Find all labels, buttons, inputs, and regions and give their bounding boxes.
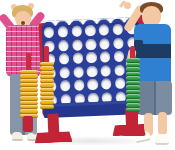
board-cell: [98, 37, 112, 51]
board-hole: [87, 79, 98, 90]
board-hole: [101, 79, 112, 90]
board-cell: [98, 50, 112, 64]
yellow-ring-stack-front: [20, 70, 38, 118]
board-cell: [111, 36, 125, 50]
board-cell: [42, 26, 56, 40]
board-cell: [57, 52, 71, 66]
board-cell: [85, 64, 99, 78]
board-cell: [83, 24, 97, 38]
board-cell: [112, 50, 126, 64]
board-cell: [84, 51, 98, 65]
green-ring: [126, 58, 140, 63]
left-front-post-tip: [26, 53, 31, 71]
board-cell: [71, 65, 85, 79]
board-cell: [84, 37, 98, 51]
board-hole: [72, 53, 83, 64]
board-cell: [99, 77, 113, 91]
board-hole: [115, 78, 126, 89]
board-cell: [56, 39, 70, 53]
board-hole: [59, 67, 70, 78]
board-hole: [73, 66, 84, 77]
board-cell: [57, 65, 71, 79]
board-cell: [111, 23, 125, 37]
yellow-ring: [40, 105, 54, 109]
board-hole: [87, 66, 98, 77]
board-hole: [57, 27, 68, 38]
yellow-ring: [40, 66, 54, 70]
board-cell: [55, 25, 69, 39]
board-hole: [72, 39, 83, 50]
girl-left-shoe: [12, 132, 23, 141]
yellow-ring-stack-back: [40, 62, 54, 109]
board-cell: [113, 63, 127, 77]
board-hole: [114, 51, 125, 62]
left-back-post-tip: [44, 46, 49, 63]
board-hole: [58, 40, 69, 51]
board-cell: [70, 51, 84, 65]
board-hole: [99, 38, 110, 49]
board-hole: [113, 38, 124, 49]
boy-right-leg: [158, 112, 167, 135]
board-hole: [114, 65, 125, 76]
board-hole: [71, 26, 82, 37]
board-cell: [85, 78, 99, 92]
board-hole: [86, 52, 97, 63]
board-hole: [73, 80, 84, 91]
boy-shorts: [138, 81, 172, 115]
yellow-ring: [20, 109, 38, 113]
left-post-base: [23, 116, 33, 132]
green-ring-stack: [126, 58, 140, 112]
product-photo-scene: [0, 0, 175, 150]
right-post-foot: [121, 127, 146, 136]
green-ring: [126, 85, 140, 90]
board-cell: [70, 38, 84, 52]
board-hole: [101, 65, 112, 76]
boy-right-sneaker: [155, 134, 169, 145]
board-hole: [58, 54, 69, 65]
green-ring: [126, 67, 140, 72]
board-hole: [99, 25, 110, 36]
green-ring: [126, 76, 140, 81]
yellow-ring: [20, 96, 38, 100]
board-cell: [69, 24, 83, 38]
frame-left-foot: [34, 131, 72, 144]
board-hole: [113, 24, 124, 35]
board-cell: [72, 78, 86, 92]
board-hole: [60, 81, 71, 92]
board-cell: [58, 79, 72, 93]
board-hole: [43, 27, 54, 38]
board-cell: [97, 23, 111, 37]
green-ring: [126, 103, 140, 108]
boy-sleeve-trim: [134, 40, 143, 46]
girl-right-shoe: [27, 133, 36, 141]
board-hole: [100, 52, 111, 63]
board-cell: [99, 64, 113, 78]
board-hole: [86, 39, 97, 50]
board-hole: [85, 25, 96, 36]
green-ring: [126, 94, 140, 99]
